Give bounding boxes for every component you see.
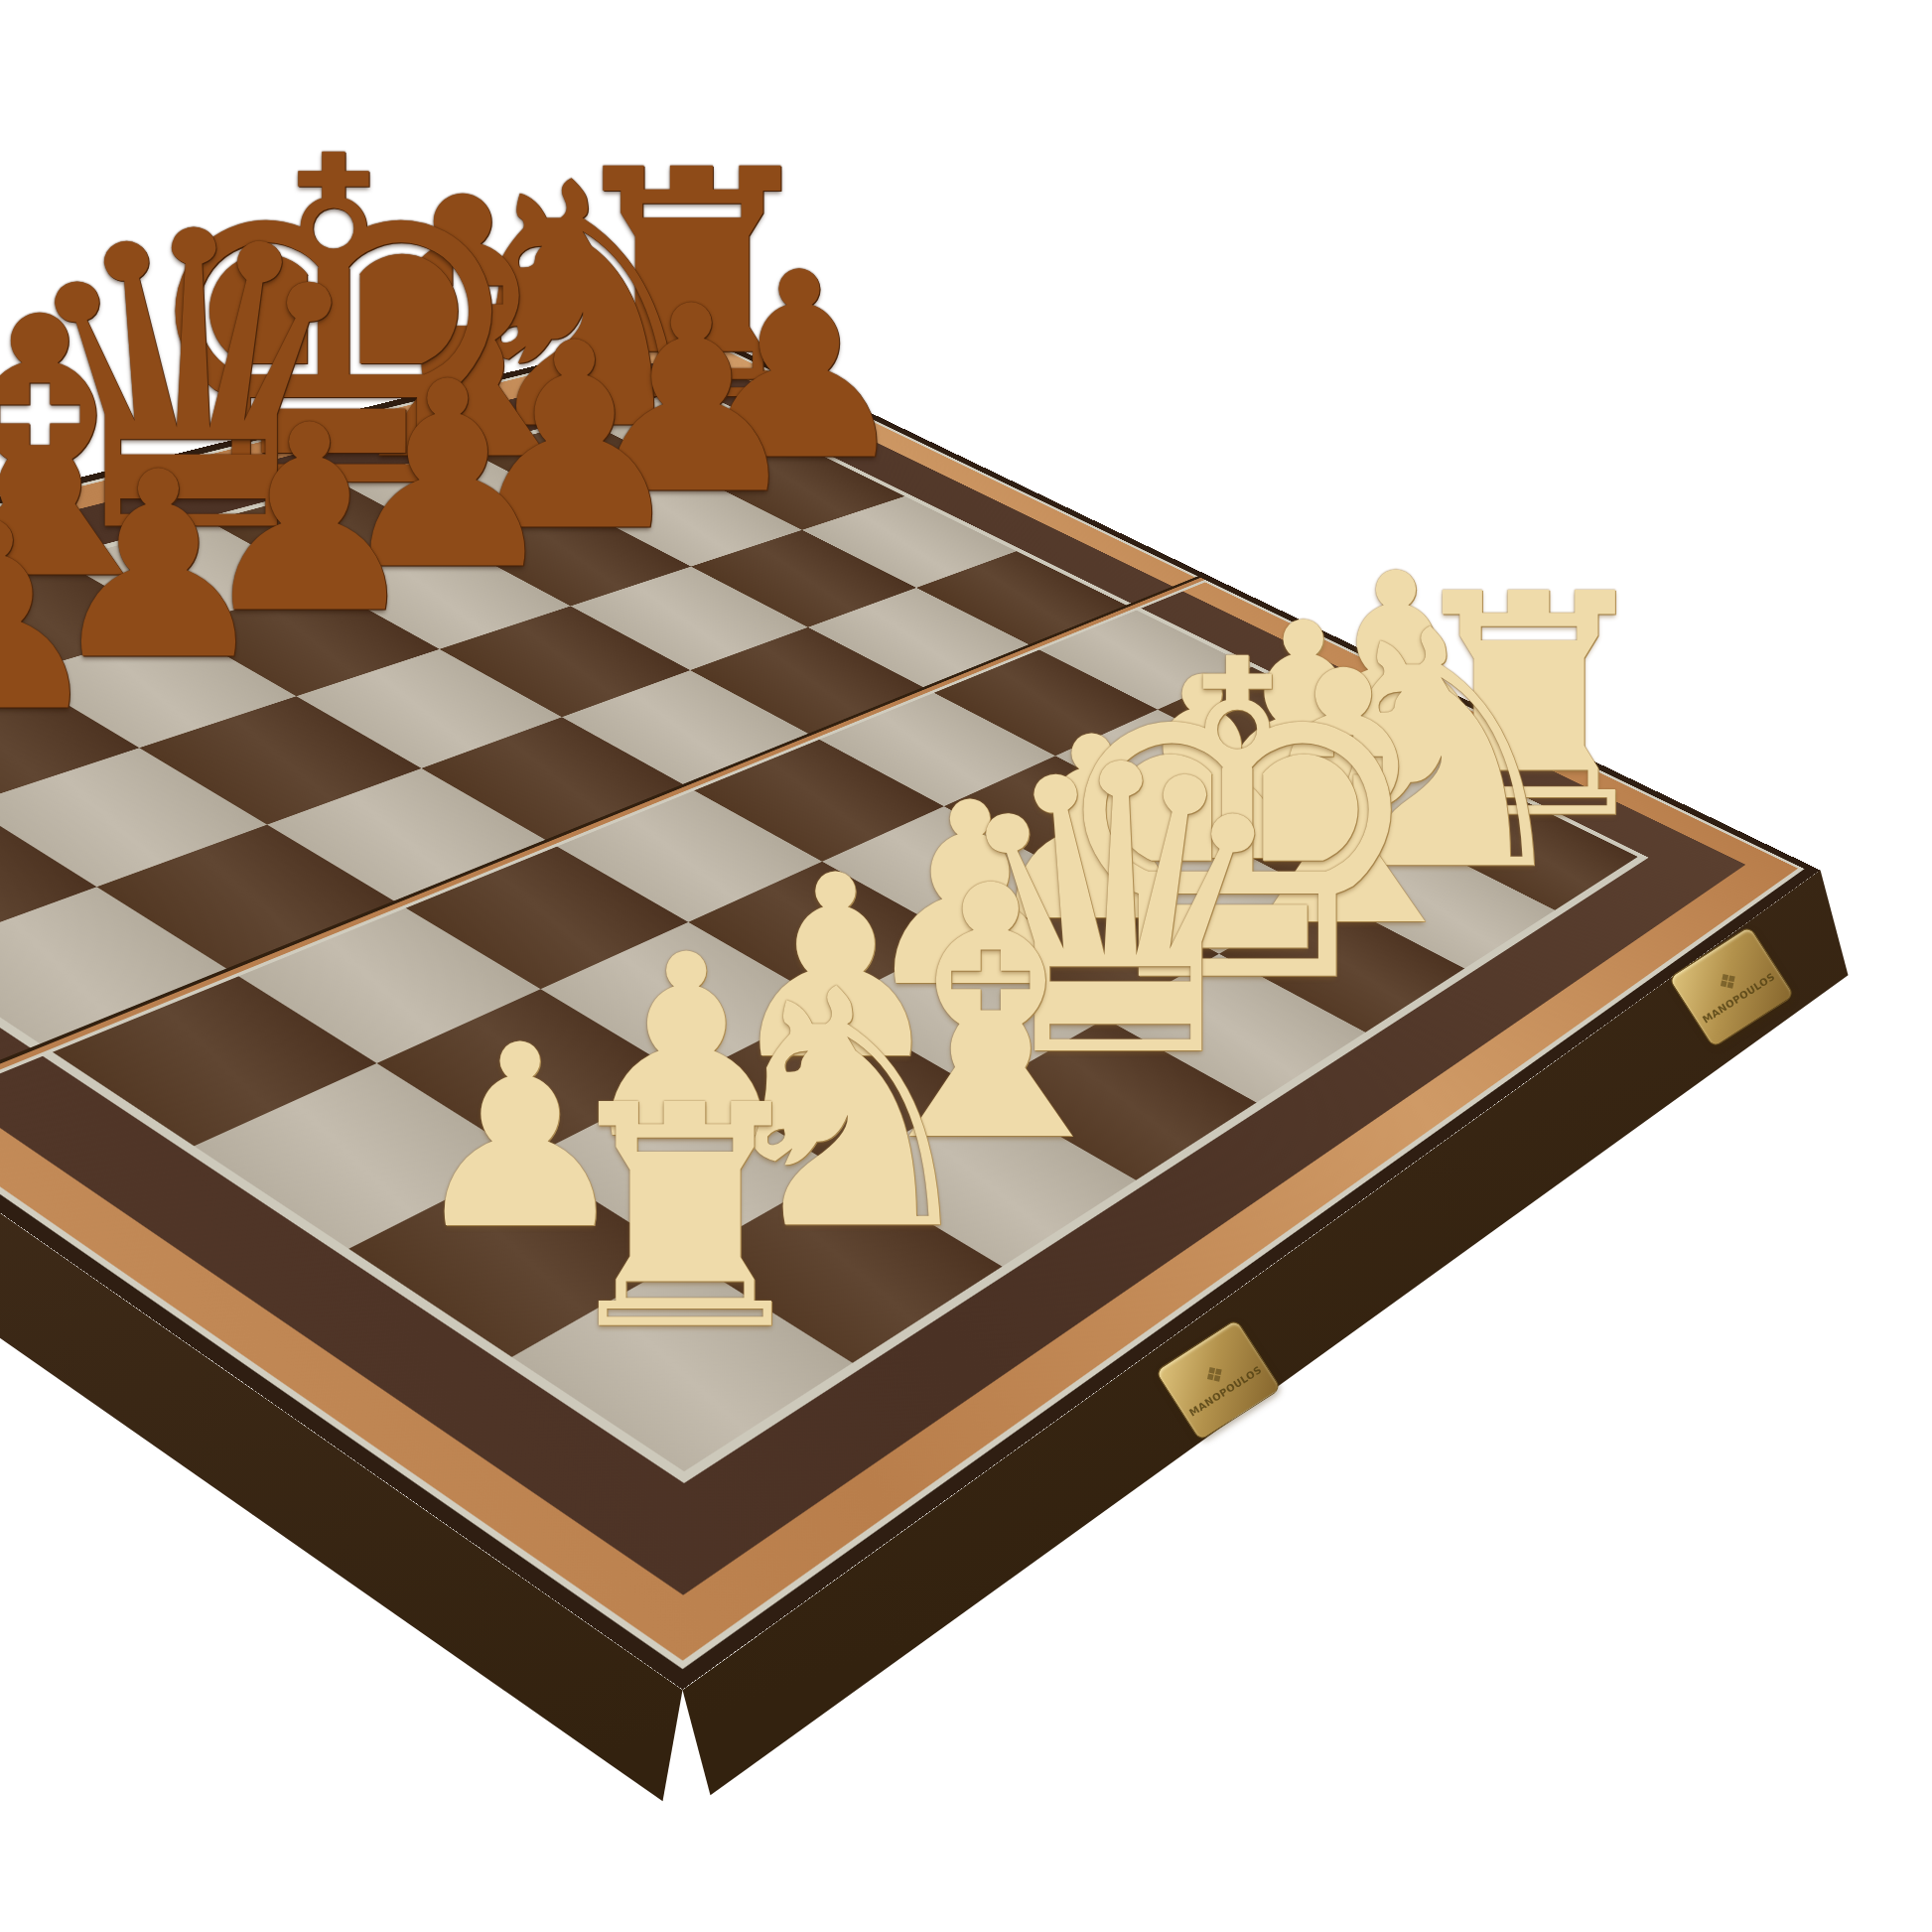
chess-board xyxy=(0,392,1638,1472)
chess-set-product-photo: ♜♞♝♛♚♝♞♜♟♟♟♟♟♟♟♟♟♟♟♟♟♟♟♟♜♞♝♛♚♝♞♜ ❖MANOPO… xyxy=(0,0,1932,1932)
board-border-line xyxy=(0,388,1649,1483)
